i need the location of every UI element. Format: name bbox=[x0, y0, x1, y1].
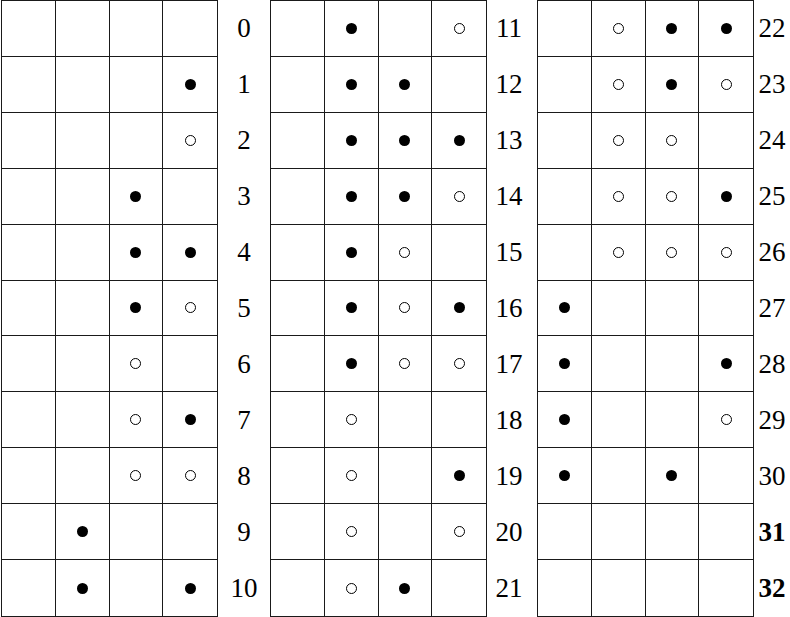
filled-dot bbox=[185, 247, 196, 258]
cell-6-col2 bbox=[56, 336, 110, 392]
filled-dot bbox=[77, 583, 88, 594]
cell-32-col3 bbox=[646, 560, 700, 616]
cell-8-col4 bbox=[163, 448, 217, 504]
row-label-16: 16 bbox=[487, 280, 531, 336]
cell-32-col4 bbox=[699, 560, 753, 616]
cell-19-col4 bbox=[432, 448, 486, 504]
cell-21-col2 bbox=[325, 560, 379, 616]
row-label-8: 8 bbox=[218, 449, 270, 505]
open-dot bbox=[185, 302, 196, 313]
cell-9-col3 bbox=[110, 504, 164, 560]
open-dot bbox=[399, 302, 410, 313]
filled-dot bbox=[454, 470, 465, 481]
filled-dot bbox=[666, 79, 677, 90]
cell-4-col4 bbox=[163, 225, 217, 281]
cell-13-col4 bbox=[432, 113, 486, 169]
cell-8-col3 bbox=[110, 448, 164, 504]
open-dot bbox=[613, 79, 624, 90]
cell-32-col2 bbox=[592, 560, 646, 616]
row-label-12: 12 bbox=[487, 56, 531, 112]
row-label-19: 19 bbox=[487, 449, 531, 505]
row-label-15: 15 bbox=[487, 224, 531, 280]
cell-25-col3 bbox=[646, 169, 700, 225]
cell-29-col4 bbox=[699, 392, 753, 448]
open-dot bbox=[721, 414, 732, 425]
cell-2-col3 bbox=[110, 113, 164, 169]
cell-18-col3 bbox=[379, 392, 433, 448]
cell-6-col1 bbox=[2, 336, 56, 392]
cell-25-col4 bbox=[699, 169, 753, 225]
cell-6-col4 bbox=[163, 336, 217, 392]
cell-32-col1 bbox=[538, 560, 592, 616]
cell-11-col3 bbox=[379, 1, 433, 57]
row-label-30: 30 bbox=[754, 449, 790, 505]
cell-19-col2 bbox=[325, 448, 379, 504]
open-dot bbox=[613, 135, 624, 146]
cell-30-col1 bbox=[538, 448, 592, 504]
row-label-27: 27 bbox=[754, 280, 790, 336]
open-dot bbox=[666, 135, 677, 146]
filled-dot bbox=[185, 79, 196, 90]
cell-27-col1 bbox=[538, 281, 592, 337]
cell-11-col2 bbox=[325, 1, 379, 57]
cell-20-col3 bbox=[379, 504, 433, 560]
cell-17-col4 bbox=[432, 336, 486, 392]
cell-13-col1 bbox=[271, 113, 325, 169]
cell-9-col1 bbox=[2, 504, 56, 560]
cell-31-col2 bbox=[592, 504, 646, 560]
open-dot bbox=[399, 247, 410, 258]
cell-16-col2 bbox=[325, 281, 379, 337]
dot-grid-1 bbox=[1, 0, 218, 617]
cell-0-col1 bbox=[2, 1, 56, 57]
cell-12-col1 bbox=[271, 57, 325, 113]
filled-dot bbox=[399, 79, 410, 90]
row-label-22: 22 bbox=[754, 0, 790, 56]
filled-dot bbox=[721, 358, 732, 369]
cell-30-col4 bbox=[699, 448, 753, 504]
cell-4-col2 bbox=[56, 225, 110, 281]
row-label-20: 20 bbox=[487, 505, 531, 561]
cell-3-col3 bbox=[110, 169, 164, 225]
open-dot bbox=[721, 247, 732, 258]
cell-26-col1 bbox=[538, 225, 592, 281]
filled-dot bbox=[399, 135, 410, 146]
row-label-29: 29 bbox=[754, 393, 790, 449]
open-dot bbox=[130, 470, 141, 481]
cell-11-col1 bbox=[271, 1, 325, 57]
cell-24-col3 bbox=[646, 113, 700, 169]
cell-22-col3 bbox=[646, 1, 700, 57]
row-label-4: 4 bbox=[218, 224, 270, 280]
open-dot bbox=[666, 247, 677, 258]
cell-20-col2 bbox=[325, 504, 379, 560]
row-label-1: 1 bbox=[218, 56, 270, 112]
cell-15-col3 bbox=[379, 225, 433, 281]
cell-21-col4 bbox=[432, 560, 486, 616]
filled-dot bbox=[77, 526, 88, 537]
cell-16-col3 bbox=[379, 281, 433, 337]
row-label-6: 6 bbox=[218, 337, 270, 393]
cell-27-col4 bbox=[699, 281, 753, 337]
filled-dot bbox=[454, 302, 465, 313]
row-label-2: 2 bbox=[218, 112, 270, 168]
cell-29-col3 bbox=[646, 392, 700, 448]
dot-grid-3 bbox=[537, 0, 754, 617]
cell-28-col3 bbox=[646, 336, 700, 392]
cell-25-col1 bbox=[538, 169, 592, 225]
cell-24-col2 bbox=[592, 113, 646, 169]
cell-3-col2 bbox=[56, 169, 110, 225]
cell-29-col1 bbox=[538, 392, 592, 448]
row-label-3: 3 bbox=[218, 168, 270, 224]
row-label-32: 32 bbox=[754, 561, 790, 617]
cell-7-col1 bbox=[2, 392, 56, 448]
dot-grid-2 bbox=[270, 0, 487, 617]
row-label-14: 14 bbox=[487, 168, 531, 224]
row-label-24: 24 bbox=[754, 112, 790, 168]
cell-17-col1 bbox=[271, 336, 325, 392]
cell-24-col4 bbox=[699, 113, 753, 169]
cell-5-col3 bbox=[110, 281, 164, 337]
cell-31-col1 bbox=[538, 504, 592, 560]
cell-22-col2 bbox=[592, 1, 646, 57]
row-label-23: 23 bbox=[754, 56, 790, 112]
cell-7-col2 bbox=[56, 392, 110, 448]
cell-3-col1 bbox=[2, 169, 56, 225]
filled-dot bbox=[130, 302, 141, 313]
cell-28-col2 bbox=[592, 336, 646, 392]
row-labels-1: 012345678910 bbox=[218, 0, 270, 617]
row-labels-2: 1112131415161718192021 bbox=[487, 0, 531, 617]
open-dot bbox=[721, 79, 732, 90]
row-label-17: 17 bbox=[487, 337, 531, 393]
row-label-31: 31 bbox=[754, 505, 790, 561]
cell-21-col1 bbox=[271, 560, 325, 616]
cell-30-col2 bbox=[592, 448, 646, 504]
open-dot bbox=[130, 414, 141, 425]
cell-9-col4 bbox=[163, 504, 217, 560]
open-dot bbox=[454, 23, 465, 34]
cell-22-col1 bbox=[538, 1, 592, 57]
cell-27-col3 bbox=[646, 281, 700, 337]
cell-13-col3 bbox=[379, 113, 433, 169]
cell-19-col1 bbox=[271, 448, 325, 504]
cell-8-col2 bbox=[56, 448, 110, 504]
filled-dot bbox=[559, 414, 570, 425]
open-dot bbox=[454, 358, 465, 369]
filled-dot bbox=[346, 358, 357, 369]
cell-14-col1 bbox=[271, 169, 325, 225]
cell-15-col1 bbox=[271, 225, 325, 281]
row-label-5: 5 bbox=[218, 280, 270, 336]
filled-dot bbox=[559, 358, 570, 369]
ternary-dot-chart: 012345678910 1112131415161718192021 2223… bbox=[0, 0, 790, 617]
cell-5-col1 bbox=[2, 281, 56, 337]
cell-2-col1 bbox=[2, 113, 56, 169]
cell-1-col2 bbox=[56, 57, 110, 113]
row-label-10: 10 bbox=[218, 561, 270, 617]
row-label-7: 7 bbox=[218, 393, 270, 449]
filled-dot bbox=[346, 302, 357, 313]
open-dot bbox=[454, 191, 465, 202]
open-dot bbox=[185, 135, 196, 146]
cell-1-col1 bbox=[2, 57, 56, 113]
cell-5-col4 bbox=[163, 281, 217, 337]
row-label-0: 0 bbox=[218, 0, 270, 56]
filled-dot bbox=[454, 135, 465, 146]
cell-15-col4 bbox=[432, 225, 486, 281]
open-dot bbox=[346, 583, 357, 594]
cell-12-col4 bbox=[432, 57, 486, 113]
cell-23-col1 bbox=[538, 57, 592, 113]
row-label-18: 18 bbox=[487, 393, 531, 449]
cell-13-col2 bbox=[325, 113, 379, 169]
open-dot bbox=[130, 358, 141, 369]
cell-20-col1 bbox=[271, 504, 325, 560]
cell-18-col4 bbox=[432, 392, 486, 448]
cell-18-col2 bbox=[325, 392, 379, 448]
filled-dot bbox=[666, 23, 677, 34]
filled-dot bbox=[346, 135, 357, 146]
filled-dot bbox=[130, 191, 141, 202]
filled-dot bbox=[346, 23, 357, 34]
cell-4-col1 bbox=[2, 225, 56, 281]
open-dot bbox=[399, 358, 410, 369]
cell-29-col2 bbox=[592, 392, 646, 448]
cell-11-col4 bbox=[432, 1, 486, 57]
cell-27-col2 bbox=[592, 281, 646, 337]
cell-23-col4 bbox=[699, 57, 753, 113]
row-labels-3: 2223242526272829303132 bbox=[754, 0, 790, 617]
cell-21-col3 bbox=[379, 560, 433, 616]
cell-8-col1 bbox=[2, 448, 56, 504]
cell-24-col1 bbox=[538, 113, 592, 169]
open-dot bbox=[613, 23, 624, 34]
cell-7-col3 bbox=[110, 392, 164, 448]
row-label-25: 25 bbox=[754, 168, 790, 224]
filled-dot bbox=[346, 247, 357, 258]
row-label-13: 13 bbox=[487, 112, 531, 168]
cell-22-col4 bbox=[699, 1, 753, 57]
cell-0-col3 bbox=[110, 1, 164, 57]
cell-17-col3 bbox=[379, 336, 433, 392]
cell-0-col4 bbox=[163, 1, 217, 57]
open-dot bbox=[613, 191, 624, 202]
cell-30-col3 bbox=[646, 448, 700, 504]
cell-12-col2 bbox=[325, 57, 379, 113]
cell-16-col1 bbox=[271, 281, 325, 337]
cell-10-col1 bbox=[2, 560, 56, 616]
cell-5-col2 bbox=[56, 281, 110, 337]
filled-dot bbox=[399, 583, 410, 594]
cell-4-col3 bbox=[110, 225, 164, 281]
filled-dot bbox=[559, 470, 570, 481]
cell-16-col4 bbox=[432, 281, 486, 337]
open-dot bbox=[346, 526, 357, 537]
open-dot bbox=[666, 191, 677, 202]
cell-26-col2 bbox=[592, 225, 646, 281]
filled-dot bbox=[721, 23, 732, 34]
filled-dot bbox=[721, 191, 732, 202]
cell-10-col2 bbox=[56, 560, 110, 616]
cell-14-col2 bbox=[325, 169, 379, 225]
cell-7-col4 bbox=[163, 392, 217, 448]
open-dot bbox=[346, 414, 357, 425]
cell-14-col3 bbox=[379, 169, 433, 225]
cell-9-col2 bbox=[56, 504, 110, 560]
open-dot bbox=[454, 526, 465, 537]
filled-dot bbox=[346, 191, 357, 202]
open-dot bbox=[346, 470, 357, 481]
cell-6-col3 bbox=[110, 336, 164, 392]
cell-28-col4 bbox=[699, 336, 753, 392]
filled-dot bbox=[130, 247, 141, 258]
cell-17-col2 bbox=[325, 336, 379, 392]
cell-14-col4 bbox=[432, 169, 486, 225]
filled-dot bbox=[666, 470, 677, 481]
filled-dot bbox=[559, 302, 570, 313]
cell-3-col4 bbox=[163, 169, 217, 225]
cell-31-col4 bbox=[699, 504, 753, 560]
cell-26-col3 bbox=[646, 225, 700, 281]
cell-1-col4 bbox=[163, 57, 217, 113]
cell-0-col2 bbox=[56, 1, 110, 57]
cell-28-col1 bbox=[538, 336, 592, 392]
cell-10-col3 bbox=[110, 560, 164, 616]
row-label-28: 28 bbox=[754, 337, 790, 393]
row-label-21: 21 bbox=[487, 561, 531, 617]
open-dot bbox=[185, 470, 196, 481]
row-label-9: 9 bbox=[218, 505, 270, 561]
filled-dot bbox=[185, 583, 196, 594]
cell-23-col3 bbox=[646, 57, 700, 113]
filled-dot bbox=[346, 79, 357, 90]
row-label-11: 11 bbox=[487, 0, 531, 56]
cell-19-col3 bbox=[379, 448, 433, 504]
cell-20-col4 bbox=[432, 504, 486, 560]
cell-26-col4 bbox=[699, 225, 753, 281]
cell-18-col1 bbox=[271, 392, 325, 448]
filled-dot bbox=[185, 414, 196, 425]
cell-1-col3 bbox=[110, 57, 164, 113]
cell-25-col2 bbox=[592, 169, 646, 225]
cell-2-col2 bbox=[56, 113, 110, 169]
cell-23-col2 bbox=[592, 57, 646, 113]
cell-12-col3 bbox=[379, 57, 433, 113]
cell-15-col2 bbox=[325, 225, 379, 281]
cell-2-col4 bbox=[163, 113, 217, 169]
open-dot bbox=[613, 247, 624, 258]
row-label-26: 26 bbox=[754, 224, 790, 280]
filled-dot bbox=[399, 191, 410, 202]
cell-31-col3 bbox=[646, 504, 700, 560]
cell-10-col4 bbox=[163, 560, 217, 616]
